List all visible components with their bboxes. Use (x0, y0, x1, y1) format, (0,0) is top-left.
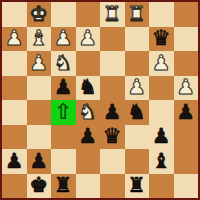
white-knight[interactable]: ♞ (78, 102, 97, 123)
black-king[interactable]: ♚ (29, 175, 48, 196)
white-bishop[interactable]: ♝ (29, 28, 48, 49)
square-g6[interactable] (27, 125, 52, 150)
square-f2[interactable]: ♟ (51, 27, 76, 52)
white-pawn[interactable]: ♟ (78, 28, 97, 49)
black-queen[interactable]: ♛ (152, 28, 171, 49)
square-a3[interactable] (174, 51, 199, 76)
square-d2[interactable] (100, 27, 125, 52)
square-b7[interactable]: ♝ (149, 149, 174, 174)
square-c7[interactable] (125, 149, 150, 174)
black-knight[interactable]: ♞ (127, 102, 146, 123)
square-d3[interactable] (100, 51, 125, 76)
square-d4[interactable] (100, 76, 125, 101)
black-pawn[interactable]: ♟ (29, 151, 48, 172)
square-d7[interactable] (100, 149, 125, 174)
square-h7[interactable]: ♟ (2, 149, 27, 174)
white-pawn[interactable]: ♟ (5, 28, 24, 49)
square-b5[interactable] (149, 100, 174, 125)
white-rook[interactable]: ♜ (103, 4, 122, 25)
white-pawn[interactable]: ♟ (152, 53, 171, 74)
chess-board: ♚♜♜♟♝♟♟♛♟♞♟♟♞♟♟⇧♞♟♞♟♟♛♟♟♟♝♚♜♜ (2, 2, 198, 198)
white-pawn[interactable]: ♟ (176, 77, 195, 98)
square-h6[interactable] (2, 125, 27, 150)
black-pawn[interactable]: ♟ (103, 102, 122, 123)
square-g3[interactable]: ♟ (27, 51, 52, 76)
square-c4[interactable]: ♟ (125, 76, 150, 101)
black-pawn[interactable]: ♟ (78, 126, 97, 147)
square-h1[interactable] (2, 2, 27, 27)
square-c8[interactable]: ♜ (125, 174, 150, 199)
square-e1[interactable] (76, 2, 101, 27)
square-e2[interactable]: ♟ (76, 27, 101, 52)
white-pawn[interactable]: ♟ (29, 53, 48, 74)
square-g8[interactable]: ♚ (27, 174, 52, 199)
black-pawn[interactable]: ♟ (5, 151, 24, 172)
black-queen[interactable]: ♛ (103, 126, 122, 147)
black-bishop[interactable]: ♝ (152, 151, 171, 172)
black-rook[interactable]: ♜ (127, 175, 146, 196)
square-d1[interactable]: ♜ (100, 2, 125, 27)
square-d8[interactable] (100, 174, 125, 199)
square-g1[interactable]: ♚ (27, 2, 52, 27)
square-b3[interactable]: ♟ (149, 51, 174, 76)
square-e5[interactable]: ♞ (76, 100, 101, 125)
square-h3[interactable] (2, 51, 27, 76)
black-pawn[interactable]: ♟ (54, 77, 73, 98)
square-a6[interactable] (174, 125, 199, 150)
square-c3[interactable] (125, 51, 150, 76)
square-f1[interactable] (51, 2, 76, 27)
white-pawn[interactable]: ♟ (54, 28, 73, 49)
square-f3[interactable]: ♞ (51, 51, 76, 76)
white-knight[interactable]: ♞ (54, 53, 73, 74)
square-c1[interactable]: ♜ (125, 2, 150, 27)
square-a7[interactable] (174, 149, 199, 174)
square-f5[interactable]: ⇧ (51, 100, 76, 125)
black-knight[interactable]: ♞ (78, 77, 97, 98)
square-c2[interactable] (125, 27, 150, 52)
square-b6[interactable]: ♟ (149, 125, 174, 150)
square-a5[interactable]: ♟ (174, 100, 199, 125)
square-c5[interactable]: ♞ (125, 100, 150, 125)
square-a4[interactable]: ♟ (174, 76, 199, 101)
square-e4[interactable]: ♞ (76, 76, 101, 101)
board-frame: ♚♜♜♟♝♟♟♛♟♞♟♟♞♟♟⇧♞♟♞♟♟♛♟♟♟♝♚♜♜ (0, 0, 200, 200)
white-king[interactable]: ♚ (29, 4, 48, 25)
square-e3[interactable] (76, 51, 101, 76)
white-pawn[interactable]: ♟ (127, 77, 146, 98)
hint-up-arrow-icon: ⇧ (54, 101, 72, 123)
square-f8[interactable]: ♜ (51, 174, 76, 199)
square-a2[interactable] (174, 27, 199, 52)
square-e6[interactable]: ♟ (76, 125, 101, 150)
square-g5[interactable] (27, 100, 52, 125)
black-rook[interactable]: ♜ (54, 175, 73, 196)
black-pawn[interactable]: ♟ (152, 126, 171, 147)
square-g2[interactable]: ♝ (27, 27, 52, 52)
square-d6[interactable]: ♛ (100, 125, 125, 150)
square-f6[interactable] (51, 125, 76, 150)
square-e7[interactable] (76, 149, 101, 174)
square-a8[interactable] (174, 174, 199, 199)
square-h5[interactable] (2, 100, 27, 125)
square-f7[interactable] (51, 149, 76, 174)
square-e8[interactable] (76, 174, 101, 199)
square-a1[interactable] (174, 2, 199, 27)
square-b2[interactable]: ♛ (149, 27, 174, 52)
square-h2[interactable]: ♟ (2, 27, 27, 52)
square-b4[interactable] (149, 76, 174, 101)
square-b8[interactable] (149, 174, 174, 199)
square-d5[interactable]: ♟ (100, 100, 125, 125)
square-f4[interactable]: ♟ (51, 76, 76, 101)
square-g4[interactable] (27, 76, 52, 101)
square-b1[interactable] (149, 2, 174, 27)
square-g7[interactable]: ♟ (27, 149, 52, 174)
black-pawn[interactable]: ♟ (176, 102, 195, 123)
square-c6[interactable] (125, 125, 150, 150)
white-rook[interactable]: ♜ (127, 4, 146, 25)
square-h4[interactable] (2, 76, 27, 101)
square-h8[interactable] (2, 174, 27, 199)
